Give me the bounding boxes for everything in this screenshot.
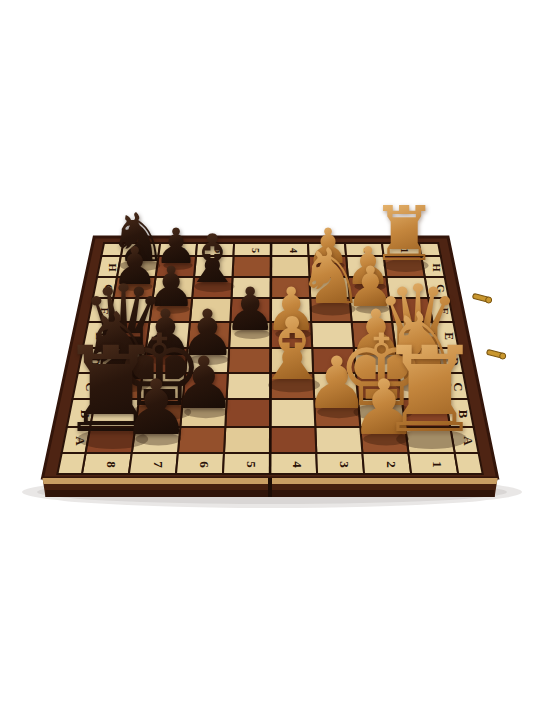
- file-label-right-E: E: [443, 332, 455, 340]
- piece-shadow: [383, 259, 428, 272]
- piece-shadow: [391, 351, 448, 367]
- file-label-right-D: D: [447, 357, 461, 366]
- rank-label-near-2: 2: [384, 461, 399, 468]
- square-g5: [232, 277, 271, 298]
- square-e6: [188, 322, 231, 348]
- piece-shadow: [121, 282, 152, 291]
- square-b4: [270, 399, 315, 427]
- corner-cell: [57, 453, 85, 474]
- square-f8: [109, 298, 153, 322]
- file-label-right-H: H: [431, 263, 442, 271]
- piece-shadow: [355, 282, 386, 291]
- file-label-left-E: E: [94, 332, 106, 340]
- rank-label-far-8: 8: [139, 248, 150, 253]
- piece-shadow: [93, 377, 149, 393]
- piece-shadow: [135, 433, 181, 446]
- rank-label-near-6: 6: [197, 461, 212, 468]
- rank-label-near-1: 1: [430, 461, 445, 468]
- square-d5: [228, 348, 271, 373]
- corner-cell: [455, 453, 483, 474]
- piece-shadow: [275, 329, 311, 339]
- square-h2: [346, 256, 386, 277]
- corner-cell: [101, 243, 123, 256]
- square-c2: [356, 373, 402, 399]
- square-h5: [233, 256, 272, 277]
- piece-shadow: [359, 354, 397, 365]
- file-label-right-G: G: [435, 284, 447, 293]
- square-d4: [271, 348, 314, 373]
- chess-set-photo: 8765432187654321ABCDEFGHABCDEFGH ♞♟♟♜♟♝♟…: [0, 0, 540, 720]
- rank-label-far-1: 1: [399, 248, 410, 253]
- piece-shadow: [356, 304, 389, 313]
- square-c6: [183, 373, 228, 399]
- piece-shadow: [396, 377, 452, 393]
- square-c5: [227, 373, 271, 399]
- piece-shadow: [148, 354, 186, 365]
- square-e1: [392, 322, 437, 348]
- piece-shadow: [97, 351, 154, 367]
- square-e2: [352, 322, 396, 348]
- file-label-left-H: H: [107, 263, 118, 271]
- clasp-icon: [486, 349, 505, 359]
- rank-label-far-2: 2: [362, 248, 373, 253]
- file-label-left-F: F: [99, 308, 111, 315]
- file-label-left-B: B: [78, 410, 92, 419]
- piece-shadow: [163, 261, 192, 269]
- piece-shadow: [156, 304, 189, 313]
- square-f6: [190, 298, 232, 322]
- rank-label-far-7: 7: [176, 248, 187, 253]
- square-e7: [146, 322, 190, 348]
- square-e8: [104, 322, 149, 348]
- piece-shadow: [315, 261, 344, 269]
- square-a6: [178, 427, 225, 453]
- rank-label-far-5: 5: [250, 248, 261, 253]
- piece-shadow: [396, 429, 467, 449]
- file-label-right-C: C: [451, 383, 465, 392]
- piece-shadow: [184, 406, 227, 418]
- square-g7: [153, 277, 194, 298]
- square-h4: [271, 256, 310, 277]
- rank-label-far-4: 4: [288, 248, 299, 253]
- file-label-right-F: F: [439, 308, 451, 315]
- square-a5: [224, 427, 270, 453]
- rank-label-near-5: 5: [244, 461, 259, 468]
- piece-shadow: [268, 378, 320, 393]
- square-f5: [230, 298, 270, 322]
- piece-shadow: [234, 329, 270, 339]
- piece-shadow: [310, 302, 356, 315]
- rank-label-near-7: 7: [151, 461, 166, 468]
- square-b5: [225, 399, 270, 427]
- square-g4: [271, 277, 310, 298]
- clasp-icon: [472, 293, 491, 303]
- chess-board: 8765432187654321ABCDEFGHABCDEFGH: [0, 0, 540, 720]
- square-a3: [315, 427, 362, 453]
- fold-seam: [270, 243, 271, 474]
- piece-shadow: [353, 404, 413, 421]
- square-d3: [312, 348, 356, 373]
- square-g1: [386, 277, 428, 298]
- square-e3: [311, 322, 354, 348]
- square-a4: [270, 427, 316, 453]
- rank-label-near-4: 4: [290, 461, 305, 468]
- rank-label-near-3: 3: [337, 461, 352, 468]
- piece-shadow: [120, 260, 160, 271]
- rank-label-near-8: 8: [104, 461, 119, 468]
- rank-label-far-3: 3: [325, 248, 336, 253]
- file-label-left-G: G: [103, 284, 115, 293]
- square-h6: [194, 256, 234, 277]
- piece-shadow: [195, 281, 235, 292]
- corner-cell: [419, 243, 441, 256]
- piece-shadow: [190, 354, 228, 365]
- fold-notch: [268, 478, 272, 497]
- square-f1: [389, 298, 433, 322]
- square-f4: [271, 298, 311, 322]
- rank-label-far-6: 6: [213, 248, 224, 253]
- square-g3: [309, 277, 349, 298]
- piece-shadow: [132, 404, 192, 421]
- file-label-right-B: B: [456, 410, 470, 419]
